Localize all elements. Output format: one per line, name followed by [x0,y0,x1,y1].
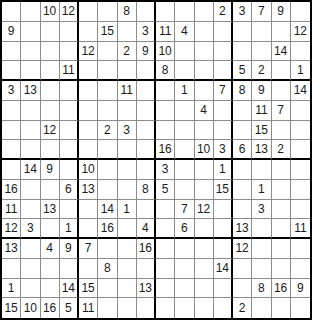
cell-r16c10-empty[interactable] [175,298,194,318]
cell-r13c11-empty[interactable] [195,239,214,259]
cell-r9c13-empty[interactable] [233,160,252,180]
cell-r15c8-given-13[interactable]: 13 [137,279,156,299]
cell-r4c2-empty[interactable] [21,61,40,81]
cell-r13c13-given-12[interactable]: 12 [233,239,252,259]
cell-r15c4-given-14[interactable]: 14 [60,279,79,299]
cell-r8c11-given-10[interactable]: 10 [195,140,214,160]
cell-r10c3-empty[interactable] [41,180,60,200]
cell-r9c4-empty[interactable] [60,160,79,180]
cell-r2c13-empty[interactable] [233,22,252,42]
cell-r7c5-empty[interactable] [79,121,98,141]
cell-r12c3-empty[interactable] [41,219,60,239]
cell-r10c9-given-5[interactable]: 5 [156,180,175,200]
cell-r1c11-empty[interactable] [195,2,214,22]
cell-r5c9-empty[interactable] [156,81,175,101]
cell-r9c7-empty[interactable] [118,160,137,180]
cell-r8c16-empty[interactable] [291,140,310,160]
cell-r3c14-empty[interactable] [252,42,271,62]
cell-r4c8-empty[interactable] [137,61,156,81]
cell-r14c12-given-14[interactable]: 14 [214,259,233,279]
cell-r13c1-given-13[interactable]: 13 [2,239,21,259]
cell-r14c7-empty[interactable] [118,259,137,279]
cell-r8c8-empty[interactable] [137,140,156,160]
cell-r3c8-given-9[interactable]: 9 [137,42,156,62]
sudoku-board: 1012823799153114121229101411852131311178… [0,0,312,320]
cell-r6c8-empty[interactable] [137,101,156,121]
cell-r4c16-given-1[interactable]: 1 [291,61,310,81]
cell-r1c2-empty[interactable] [21,2,40,22]
cell-r5c4-empty[interactable] [60,81,79,101]
cell-r10c12-given-15[interactable]: 15 [214,180,233,200]
cell-r11c7-given-1[interactable]: 1 [118,200,137,220]
cell-r5c3-empty[interactable] [41,81,60,101]
cell-r2c12-empty[interactable] [214,22,233,42]
cell-r7c7-given-3[interactable]: 3 [118,121,137,141]
cell-r15c14-given-8[interactable]: 8 [252,279,271,299]
cell-r5c5-empty[interactable] [79,81,98,101]
cell-r16c13-given-2[interactable]: 2 [233,298,252,318]
cell-r14c13-empty[interactable] [233,259,252,279]
cell-r9c10-empty[interactable] [175,160,194,180]
cell-r7c16-empty[interactable] [291,121,310,141]
cell-r9c3-given-9[interactable]: 9 [41,160,60,180]
cell-r4c1-empty[interactable] [2,61,21,81]
cell-r13c10-empty[interactable] [175,239,194,259]
cell-r10c13-empty[interactable] [233,180,252,200]
cell-r16c16-empty[interactable] [291,298,310,318]
cell-r8c13-given-6[interactable]: 6 [233,140,252,160]
cell-r16c11-empty[interactable] [195,298,214,318]
cell-r8c10-empty[interactable] [175,140,194,160]
cell-r7c8-empty[interactable] [137,121,156,141]
cell-r7c3-given-12[interactable]: 12 [41,121,60,141]
cell-r6c7-empty[interactable] [118,101,137,121]
cell-r2c2-empty[interactable] [21,22,40,42]
cell-r10c2-empty[interactable] [21,180,40,200]
cell-r15c7-empty[interactable] [118,279,137,299]
cell-r13c7-empty[interactable] [118,239,137,259]
cell-r5c14-given-9[interactable]: 9 [252,81,271,101]
cell-r12c14-empty[interactable] [252,219,271,239]
cell-r2c3-empty[interactable] [41,22,60,42]
cell-r11c14-given-3[interactable]: 3 [252,200,271,220]
cell-r9c15-empty[interactable] [272,160,291,180]
cell-r8c14-given-13[interactable]: 13 [252,140,271,160]
cell-r1c7-given-8[interactable]: 8 [118,2,137,22]
cell-r10c11-empty[interactable] [195,180,214,200]
cell-r13c5-given-7[interactable]: 7 [79,239,98,259]
cell-r7c15-empty[interactable] [272,121,291,141]
cell-r11c11-given-12[interactable]: 12 [195,200,214,220]
cell-r15c1-given-1[interactable]: 1 [2,279,21,299]
cell-r16c15-empty[interactable] [272,298,291,318]
cell-r1c6-empty[interactable] [98,2,117,22]
cell-r3c4-empty[interactable] [60,42,79,62]
cell-r9c12-given-1[interactable]: 1 [214,160,233,180]
cell-r4c12-empty[interactable] [214,61,233,81]
cell-r16c12-empty[interactable] [214,298,233,318]
cell-r13c6-empty[interactable] [98,239,117,259]
cell-r5c11-empty[interactable] [195,81,214,101]
cell-r1c5-empty[interactable] [79,2,98,22]
cell-r8c15-given-2[interactable]: 2 [272,140,291,160]
cell-r12c13-given-13[interactable]: 13 [233,219,252,239]
cell-r10c10-empty[interactable] [175,180,194,200]
cell-r12c6-given-16[interactable]: 16 [98,219,117,239]
cell-r16c8-empty[interactable] [137,298,156,318]
cell-r3c11-empty[interactable] [195,42,214,62]
cell-r10c15-empty[interactable] [272,180,291,200]
cell-r14c9-empty[interactable] [156,259,175,279]
cell-r2c8-given-3[interactable]: 3 [137,22,156,42]
cell-r6c5-empty[interactable] [79,101,98,121]
cell-r3c7-given-2[interactable]: 2 [118,42,137,62]
cell-r1c16-empty[interactable] [291,2,310,22]
cell-r13c9-empty[interactable] [156,239,175,259]
cell-r3c13-empty[interactable] [233,42,252,62]
cell-r15c3-empty[interactable] [41,279,60,299]
cell-r5c6-empty[interactable] [98,81,117,101]
cell-r9c5-given-10[interactable]: 10 [79,160,98,180]
cell-r4c15-empty[interactable] [272,61,291,81]
cell-r15c13-empty[interactable] [233,279,252,299]
cell-r5c16-given-14[interactable]: 14 [291,81,310,101]
cell-r6c11-given-4[interactable]: 4 [195,101,214,121]
cell-r7c2-empty[interactable] [21,121,40,141]
cell-r3c6-empty[interactable] [98,42,117,62]
cell-r2c6-given-15[interactable]: 15 [98,22,117,42]
cell-r10c4-given-6[interactable]: 6 [60,180,79,200]
cell-r5c13-given-8[interactable]: 8 [233,81,252,101]
cell-r3c5-given-12[interactable]: 12 [79,42,98,62]
cell-r12c7-empty[interactable] [118,219,137,239]
cell-r16c14-empty[interactable] [252,298,271,318]
cell-r11c5-empty[interactable] [79,200,98,220]
cell-r1c4-given-12[interactable]: 12 [60,2,79,22]
cell-r5c8-empty[interactable] [137,81,156,101]
cell-r4c3-empty[interactable] [41,61,60,81]
cell-r14c16-empty[interactable] [291,259,310,279]
cell-r1c3-given-10[interactable]: 10 [41,2,60,22]
cell-r15c11-empty[interactable] [195,279,214,299]
cell-r12c12-empty[interactable] [214,219,233,239]
cell-r16c1-given-15[interactable]: 15 [2,298,21,318]
cell-r8c3-empty[interactable] [41,140,60,160]
cell-r6c1-empty[interactable] [2,101,21,121]
cell-r5c15-empty[interactable] [272,81,291,101]
cell-r12c10-given-6[interactable]: 6 [175,219,194,239]
cell-r7c12-empty[interactable] [214,121,233,141]
cell-r4c9-given-8[interactable]: 8 [156,61,175,81]
cell-r5c1-given-3[interactable]: 3 [2,81,21,101]
cell-r9c16-empty[interactable] [291,160,310,180]
cell-r2c7-empty[interactable] [118,22,137,42]
cell-r11c4-empty[interactable] [60,200,79,220]
cell-r14c5-empty[interactable] [79,259,98,279]
cell-r12c8-given-4[interactable]: 4 [137,219,156,239]
cell-r1c12-given-2[interactable]: 2 [214,2,233,22]
cell-r10c1-given-16[interactable]: 16 [2,180,21,200]
cell-r2c1-given-9[interactable]: 9 [2,22,21,42]
cell-r7c10-empty[interactable] [175,121,194,141]
cell-r14c11-empty[interactable] [195,259,214,279]
cell-r11c8-empty[interactable] [137,200,156,220]
cell-r16c6-empty[interactable] [98,298,117,318]
cell-r6c15-given-7[interactable]: 7 [272,101,291,121]
cell-r4c10-empty[interactable] [175,61,194,81]
cell-r1c15-given-9[interactable]: 9 [272,2,291,22]
cell-r6c4-empty[interactable] [60,101,79,121]
cell-r9c14-empty[interactable] [252,160,271,180]
cell-r10c16-empty[interactable] [291,180,310,200]
cell-r13c2-empty[interactable] [21,239,40,259]
cell-r2c15-empty[interactable] [272,22,291,42]
cell-r3c3-empty[interactable] [41,42,60,62]
cell-r14c10-empty[interactable] [175,259,194,279]
cell-r8c6-empty[interactable] [98,140,117,160]
cell-r11c9-empty[interactable] [156,200,175,220]
cell-r4c4-given-11[interactable]: 11 [60,61,79,81]
cell-r8c1-empty[interactable] [2,140,21,160]
cell-r4c13-given-5[interactable]: 5 [233,61,252,81]
cell-r1c1-empty[interactable] [2,2,21,22]
cell-r5c12-given-7[interactable]: 7 [214,81,233,101]
cell-r16c5-given-11[interactable]: 11 [79,298,98,318]
cell-r10c14-given-1[interactable]: 1 [252,180,271,200]
cell-r14c2-empty[interactable] [21,259,40,279]
cell-r7c14-given-15[interactable]: 15 [252,121,271,141]
cell-r14c14-empty[interactable] [252,259,271,279]
cell-r2c4-empty[interactable] [60,22,79,42]
cell-r11c1-given-11[interactable]: 11 [2,200,21,220]
cell-r5c2-given-13[interactable]: 13 [21,81,40,101]
cell-r6c2-empty[interactable] [21,101,40,121]
cell-r7c6-given-2[interactable]: 2 [98,121,117,141]
cell-r3c10-empty[interactable] [175,42,194,62]
cell-r13c14-empty[interactable] [252,239,271,259]
cell-r14c1-empty[interactable] [2,259,21,279]
cell-r2c11-empty[interactable] [195,22,214,42]
cell-r3c16-empty[interactable] [291,42,310,62]
cell-r8c12-given-3[interactable]: 3 [214,140,233,160]
cell-r10c8-given-8[interactable]: 8 [137,180,156,200]
cell-r2c16-given-12[interactable]: 12 [291,22,310,42]
cell-r13c16-empty[interactable] [291,239,310,259]
cell-r12c15-empty[interactable] [272,219,291,239]
cell-r6c16-empty[interactable] [291,101,310,121]
cell-r7c9-empty[interactable] [156,121,175,141]
cell-r2c9-given-11[interactable]: 11 [156,22,175,42]
cell-r6c10-empty[interactable] [175,101,194,121]
cell-r4c6-empty[interactable] [98,61,117,81]
cell-r15c9-empty[interactable] [156,279,175,299]
cell-r16c2-given-10[interactable]: 10 [21,298,40,318]
cell-r11c3-given-13[interactable]: 13 [41,200,60,220]
cell-r7c13-empty[interactable] [233,121,252,141]
cell-r14c3-empty[interactable] [41,259,60,279]
cell-r2c5-empty[interactable] [79,22,98,42]
cell-r11c12-empty[interactable] [214,200,233,220]
cell-r9c11-empty[interactable] [195,160,214,180]
cell-r6c3-empty[interactable] [41,101,60,121]
cell-r3c2-empty[interactable] [21,42,40,62]
cell-r8c9-given-16[interactable]: 16 [156,140,175,160]
cell-r14c4-empty[interactable] [60,259,79,279]
cell-r6c13-empty[interactable] [233,101,252,121]
cell-r2c14-empty[interactable] [252,22,271,42]
cell-r7c1-empty[interactable] [2,121,21,141]
cell-r6c12-empty[interactable] [214,101,233,121]
cell-r12c2-given-3[interactable]: 3 [21,219,40,239]
cell-r15c2-empty[interactable] [21,279,40,299]
cell-r5c10-given-1[interactable]: 1 [175,81,194,101]
cell-r15c6-empty[interactable] [98,279,117,299]
cell-r15c15-given-16[interactable]: 16 [272,279,291,299]
cell-r7c11-empty[interactable] [195,121,214,141]
cell-r16c7-empty[interactable] [118,298,137,318]
cell-r13c3-given-4[interactable]: 4 [41,239,60,259]
cell-r8c7-empty[interactable] [118,140,137,160]
cell-r13c15-empty[interactable] [272,239,291,259]
cell-r12c9-empty[interactable] [156,219,175,239]
cell-r10c7-empty[interactable] [118,180,137,200]
cell-r4c5-empty[interactable] [79,61,98,81]
cell-r15c10-empty[interactable] [175,279,194,299]
cell-r13c12-empty[interactable] [214,239,233,259]
cell-r3c9-given-10[interactable]: 10 [156,42,175,62]
cell-r11c13-empty[interactable] [233,200,252,220]
cell-r3c12-empty[interactable] [214,42,233,62]
cell-r12c11-empty[interactable] [195,219,214,239]
cell-r11c16-empty[interactable] [291,200,310,220]
cell-r14c8-empty[interactable] [137,259,156,279]
cell-r8c4-empty[interactable] [60,140,79,160]
cell-r11c6-given-14[interactable]: 14 [98,200,117,220]
cell-r7c4-empty[interactable] [60,121,79,141]
cell-r8c5-empty[interactable] [79,140,98,160]
cell-r16c9-empty[interactable] [156,298,175,318]
cell-r15c16-given-9[interactable]: 9 [291,279,310,299]
cell-r12c5-empty[interactable] [79,219,98,239]
cell-r11c15-empty[interactable] [272,200,291,220]
cell-r13c8-given-16[interactable]: 16 [137,239,156,259]
cell-r1c14-given-7[interactable]: 7 [252,2,271,22]
cell-r4c14-given-2[interactable]: 2 [252,61,271,81]
cell-r16c3-given-16[interactable]: 16 [41,298,60,318]
cell-r9c9-given-3[interactable]: 3 [156,160,175,180]
cell-r10c5-given-13[interactable]: 13 [79,180,98,200]
cell-r13c4-given-9[interactable]: 9 [60,239,79,259]
cell-r3c15-given-14[interactable]: 14 [272,42,291,62]
cell-r9c2-given-14[interactable]: 14 [21,160,40,180]
cell-r9c1-empty[interactable] [2,160,21,180]
cell-r15c5-given-15[interactable]: 15 [79,279,98,299]
cell-r12c1-given-12[interactable]: 12 [2,219,21,239]
cell-r8c2-empty[interactable] [21,140,40,160]
cell-r12c16-given-11[interactable]: 11 [291,219,310,239]
cell-r14c6-given-8[interactable]: 8 [98,259,117,279]
cell-r15c12-empty[interactable] [214,279,233,299]
cell-r14c15-empty[interactable] [272,259,291,279]
cell-r9c6-empty[interactable] [98,160,117,180]
cell-r10c6-empty[interactable] [98,180,117,200]
cell-r1c10-empty[interactable] [175,2,194,22]
cell-r3c1-empty[interactable] [2,42,21,62]
cell-r1c8-empty[interactable] [137,2,156,22]
cell-r1c9-empty[interactable] [156,2,175,22]
cell-r6c6-empty[interactable] [98,101,117,121]
cell-r6c9-empty[interactable] [156,101,175,121]
cell-r16c4-given-5[interactable]: 5 [60,298,79,318]
cell-r1c13-given-3[interactable]: 3 [233,2,252,22]
cell-r11c10-given-7[interactable]: 7 [175,200,194,220]
cell-r9c8-empty[interactable] [137,160,156,180]
cell-r5c7-given-11[interactable]: 11 [118,81,137,101]
cell-r11c2-empty[interactable] [21,200,40,220]
cell-r2c10-given-4[interactable]: 4 [175,22,194,42]
cell-r4c7-empty[interactable] [118,61,137,81]
cell-r4c11-empty[interactable] [195,61,214,81]
cell-r12c4-given-1[interactable]: 1 [60,219,79,239]
cell-r6c14-given-11[interactable]: 11 [252,101,271,121]
